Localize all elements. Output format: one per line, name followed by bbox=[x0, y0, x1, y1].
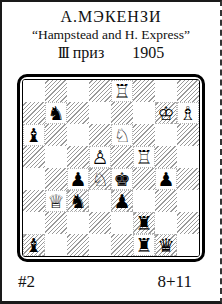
square-a7 bbox=[23, 102, 45, 124]
square-c6 bbox=[67, 124, 89, 146]
piece-white-knight-d4: ♘ bbox=[91, 170, 108, 189]
problem-card: А.МЭКЕНЗИ “Hampstead and H. Express” III… bbox=[0, 0, 222, 304]
square-g5 bbox=[155, 146, 177, 168]
award-line: IIIприз 1905 bbox=[2, 43, 220, 62]
header: А.МЭКЕНЗИ “Hampstead and H. Express” III… bbox=[2, 7, 220, 62]
square-e2 bbox=[111, 212, 133, 234]
square-g1: ♛ bbox=[155, 234, 177, 256]
piece-white-knight-e6: ♘ bbox=[113, 126, 130, 145]
square-a6: ♝ bbox=[23, 124, 45, 146]
square-g7: ♔ bbox=[155, 102, 177, 124]
square-g4: ♟ bbox=[155, 168, 177, 190]
square-b2 bbox=[45, 212, 67, 234]
square-a8 bbox=[23, 80, 45, 102]
square-b5 bbox=[45, 146, 67, 168]
square-c1 bbox=[67, 234, 89, 256]
square-b3: ♕ bbox=[45, 190, 67, 212]
piece-white-queen-b3: ♕ bbox=[47, 192, 64, 211]
square-d6 bbox=[89, 124, 111, 146]
square-d2 bbox=[89, 212, 111, 234]
piece-black-bishop-a6: ♝ bbox=[25, 126, 42, 145]
square-f6 bbox=[133, 124, 155, 146]
square-b7: ♞ bbox=[45, 102, 67, 124]
author-name: А.МЭКЕНЗИ bbox=[2, 7, 220, 26]
square-f8 bbox=[133, 80, 155, 102]
award-word: приз bbox=[73, 44, 104, 61]
square-d1 bbox=[89, 234, 111, 256]
piece-black-knight-b7: ♞ bbox=[47, 104, 64, 123]
square-h7: ♗ bbox=[177, 102, 199, 124]
square-e4: ♚ bbox=[111, 168, 133, 190]
square-f5: ♖ bbox=[133, 146, 155, 168]
piece-black-queen-g1: ♛ bbox=[157, 236, 174, 255]
square-f1: ♜ bbox=[133, 234, 155, 256]
square-f4 bbox=[133, 168, 155, 190]
board-frame-inner: ♖♞♔♗♝♘♙♖♟♘♚♟♕♞♟♜♝♜♛ bbox=[22, 79, 200, 257]
award-numeral: III bbox=[58, 44, 68, 61]
square-a5 bbox=[23, 146, 45, 168]
piece-black-rook-f1: ♜ bbox=[135, 236, 152, 255]
piece-black-bishop-a1: ♝ bbox=[25, 236, 42, 255]
square-h2 bbox=[177, 212, 199, 234]
square-d7 bbox=[89, 102, 111, 124]
square-a1: ♝ bbox=[23, 234, 45, 256]
piece-white-rook-f5: ♖ bbox=[135, 148, 152, 167]
square-a4 bbox=[23, 168, 45, 190]
square-c5 bbox=[67, 146, 89, 168]
square-e5 bbox=[111, 146, 133, 168]
square-h6 bbox=[177, 124, 199, 146]
square-c8 bbox=[67, 80, 89, 102]
square-d4: ♘ bbox=[89, 168, 111, 190]
material-count: 8+11 bbox=[158, 271, 192, 293]
square-g8 bbox=[155, 80, 177, 102]
square-f2: ♜ bbox=[133, 212, 155, 234]
board-frame-outer: ♖♞♔♗♝♘♙♖♟♘♚♟♕♞♟♜♝♜♛ bbox=[17, 74, 205, 262]
piece-white-king-g7: ♔ bbox=[157, 104, 174, 123]
piece-black-king-e4: ♚ bbox=[113, 170, 130, 189]
square-h4 bbox=[177, 168, 199, 190]
board: ♖♞♔♗♝♘♙♖♟♘♚♟♕♞♟♜♝♜♛ bbox=[23, 80, 199, 256]
square-g6 bbox=[155, 124, 177, 146]
square-g2 bbox=[155, 212, 177, 234]
square-f3 bbox=[133, 190, 155, 212]
piece-white-pawn-d5: ♙ bbox=[91, 148, 108, 167]
piece-black-knight-c3: ♞ bbox=[69, 192, 86, 211]
piece-white-bishop-h7: ♗ bbox=[179, 104, 196, 123]
square-e3: ♟ bbox=[111, 190, 133, 212]
square-e7 bbox=[111, 102, 133, 124]
square-b6 bbox=[45, 124, 67, 146]
square-c7 bbox=[67, 102, 89, 124]
square-e6: ♘ bbox=[111, 124, 133, 146]
square-b4 bbox=[45, 168, 67, 190]
source-publication: “Hampstead and H. Express” bbox=[2, 26, 220, 43]
piece-white-rook-e8: ♖ bbox=[113, 82, 130, 101]
award-year: 1905 bbox=[132, 44, 164, 61]
square-b8 bbox=[45, 80, 67, 102]
piece-black-pawn-g4: ♟ bbox=[157, 170, 174, 189]
square-f7 bbox=[133, 102, 155, 124]
square-h5 bbox=[177, 146, 199, 168]
square-b1 bbox=[45, 234, 67, 256]
piece-black-rook-f2: ♜ bbox=[135, 214, 152, 233]
square-d5: ♙ bbox=[89, 146, 111, 168]
square-a3 bbox=[23, 190, 45, 212]
square-h8 bbox=[177, 80, 199, 102]
square-g3 bbox=[155, 190, 177, 212]
square-c2 bbox=[67, 212, 89, 234]
square-h3 bbox=[177, 190, 199, 212]
square-e1 bbox=[111, 234, 133, 256]
square-c4: ♟ bbox=[67, 168, 89, 190]
square-e8: ♖ bbox=[111, 80, 133, 102]
square-d3 bbox=[89, 190, 111, 212]
piece-black-pawn-e3: ♟ bbox=[113, 192, 130, 211]
square-c3: ♞ bbox=[67, 190, 89, 212]
caption-row: #2 8+11 bbox=[2, 271, 220, 293]
square-h1 bbox=[177, 234, 199, 256]
piece-black-pawn-c4: ♟ bbox=[69, 170, 86, 189]
square-a2 bbox=[23, 212, 45, 234]
square-d8 bbox=[89, 80, 111, 102]
stipulation: #2 bbox=[18, 271, 35, 293]
